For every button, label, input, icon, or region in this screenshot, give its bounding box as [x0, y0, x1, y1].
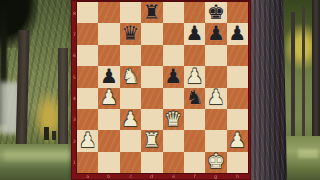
- square-b1[interactable]: [98, 152, 119, 173]
- square-c1[interactable]: [120, 152, 141, 173]
- square-e2[interactable]: [163, 130, 184, 151]
- square-h7[interactable]: ♟: [227, 23, 248, 44]
- square-c3[interactable]: ♟: [120, 109, 141, 130]
- square-a6[interactable]: [77, 45, 98, 66]
- square-f8[interactable]: [184, 2, 205, 23]
- square-d2[interactable]: ♜: [141, 130, 162, 151]
- square-g5[interactable]: [205, 66, 226, 87]
- square-e7[interactable]: [163, 23, 184, 44]
- square-f5[interactable]: ♟: [184, 66, 205, 87]
- square-b2[interactable]: [98, 130, 119, 151]
- square-d4[interactable]: [141, 88, 162, 109]
- chess-board[interactable]: ♜♚♛♟♟♟♟♞♟♟♟♞♟♟♛♟♜♟♚ 87654321 abcdefgh: [71, 0, 251, 180]
- file-label-a: a: [78, 173, 97, 179]
- square-e5[interactable]: ♟: [163, 66, 184, 87]
- black-queen[interactable]: ♛: [121, 23, 139, 43]
- square-f1[interactable]: [184, 152, 205, 173]
- square-d3[interactable]: [141, 109, 162, 130]
- square-a8[interactable]: [77, 2, 98, 23]
- square-h6[interactable]: [227, 45, 248, 66]
- square-c7[interactable]: ♛: [120, 23, 141, 44]
- square-a1[interactable]: [77, 152, 98, 173]
- chess-board-squares[interactable]: ♜♚♛♟♟♟♟♞♟♟♟♞♟♟♛♟♜♟♚: [77, 2, 248, 173]
- file-label-f: f: [185, 173, 204, 179]
- file-label-h: h: [228, 173, 247, 179]
- rank-label-6: 6: [72, 52, 77, 59]
- square-c4[interactable]: [120, 88, 141, 109]
- square-h5[interactable]: [227, 66, 248, 87]
- square-f7[interactable]: ♟: [184, 23, 205, 44]
- file-label-d: d: [142, 173, 161, 179]
- square-g7[interactable]: ♟: [205, 23, 226, 44]
- square-f6[interactable]: [184, 45, 205, 66]
- white-pawn[interactable]: ♟: [228, 130, 246, 150]
- file-label-g: g: [206, 173, 225, 179]
- square-h2[interactable]: ♟: [227, 130, 248, 151]
- square-g2[interactable]: [205, 130, 226, 151]
- square-c5[interactable]: ♞: [120, 66, 141, 87]
- file-label-c: c: [121, 173, 140, 179]
- square-g1[interactable]: ♚: [205, 152, 226, 173]
- square-b6[interactable]: [98, 45, 119, 66]
- square-b4[interactable]: ♟: [98, 88, 119, 109]
- white-queen[interactable]: ♛: [164, 109, 182, 129]
- square-h3[interactable]: [227, 109, 248, 130]
- square-g6[interactable]: [205, 45, 226, 66]
- rank-label-3: 3: [72, 116, 77, 123]
- square-b7[interactable]: [98, 23, 119, 44]
- black-knight[interactable]: ♞: [186, 88, 204, 108]
- tree-trunk-right-1: [291, 12, 295, 144]
- square-c6[interactable]: [120, 45, 141, 66]
- distant-figure-2: [52, 131, 56, 140]
- rank-label-5: 5: [72, 73, 77, 80]
- square-f4[interactable]: ♞: [184, 88, 205, 109]
- square-a2[interactable]: ♟: [77, 130, 98, 151]
- tree-trunk-right-2: [302, 6, 305, 148]
- square-e8[interactable]: [163, 2, 184, 23]
- square-d1[interactable]: [141, 152, 162, 173]
- square-h4[interactable]: [227, 88, 248, 109]
- white-pawn[interactable]: ♟: [100, 88, 118, 108]
- square-e6[interactable]: [163, 45, 184, 66]
- white-rook[interactable]: ♜: [143, 130, 161, 150]
- rank-label-1: 1: [72, 159, 77, 166]
- square-a4[interactable]: [77, 88, 98, 109]
- black-pawn[interactable]: ♟: [207, 23, 225, 43]
- rank-label-2: 2: [72, 137, 77, 144]
- square-d7[interactable]: [141, 23, 162, 44]
- square-e1[interactable]: [163, 152, 184, 173]
- square-f3[interactable]: [184, 109, 205, 130]
- square-b5[interactable]: ♟: [98, 66, 119, 87]
- square-b8[interactable]: [98, 2, 119, 23]
- file-label-e: e: [164, 173, 183, 179]
- square-e3[interactable]: ♛: [163, 109, 184, 130]
- black-pawn[interactable]: ♟: [228, 23, 246, 43]
- square-g8[interactable]: ♚: [205, 2, 226, 23]
- black-pawn[interactable]: ♟: [100, 66, 118, 86]
- square-a5[interactable]: [77, 66, 98, 87]
- white-pawn[interactable]: ♟: [207, 88, 225, 108]
- rank-label-8: 8: [72, 9, 77, 16]
- square-c8[interactable]: [120, 2, 141, 23]
- square-g3[interactable]: [205, 109, 226, 130]
- square-g4[interactable]: ♟: [205, 88, 226, 109]
- black-pawn[interactable]: ♟: [186, 23, 204, 43]
- square-d5[interactable]: [141, 66, 162, 87]
- square-d8[interactable]: ♜: [141, 2, 162, 23]
- white-king[interactable]: ♚: [207, 152, 225, 172]
- rank-label-4: 4: [72, 94, 77, 101]
- rank-label-7: 7: [72, 30, 77, 37]
- distant-figure-1: [44, 127, 49, 140]
- white-pawn[interactable]: ♟: [186, 66, 204, 86]
- video-frame: ♜♚♛♟♟♟♟♞♟♟♟♞♟♟♛♟♜♟♚ 87654321 abcdefgh: [0, 0, 320, 180]
- square-d6[interactable]: [141, 45, 162, 66]
- square-c2[interactable]: [120, 130, 141, 151]
- square-e4[interactable]: [163, 88, 184, 109]
- square-b3[interactable]: [98, 109, 119, 130]
- black-pawn[interactable]: ♟: [164, 66, 182, 86]
- black-king[interactable]: ♚: [207, 2, 225, 22]
- white-pawn[interactable]: ♟: [121, 109, 139, 129]
- square-f2[interactable]: [184, 130, 205, 151]
- grass-highlight-right: [298, 149, 318, 158]
- pine-trunk-foreground: [249, 0, 287, 180]
- black-rook[interactable]: ♜: [143, 2, 161, 22]
- square-a7[interactable]: [77, 23, 98, 44]
- grass-highlight-left: [4, 150, 70, 161]
- square-a3[interactable]: [77, 109, 98, 130]
- square-h8[interactable]: [227, 2, 248, 23]
- square-h1[interactable]: [227, 152, 248, 173]
- file-label-b: b: [99, 173, 118, 179]
- white-pawn[interactable]: ♟: [79, 130, 97, 150]
- white-knight[interactable]: ♞: [121, 66, 139, 86]
